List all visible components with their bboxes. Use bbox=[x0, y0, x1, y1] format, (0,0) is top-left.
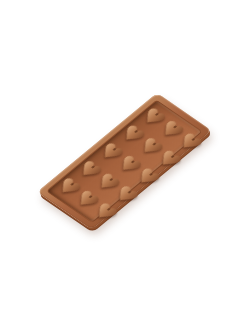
product-photo: ♥♥♥♥♥♥♥♥♥♥♥♥♥♥♥ bbox=[0, 0, 240, 329]
chocolate-mold-tray: ♥♥♥♥♥♥♥♥♥♥♥♥♥♥♥ bbox=[37, 93, 212, 230]
heart-cavity-grid: ♥♥♥♥♥♥♥♥♥♥♥♥♥♥♥ bbox=[49, 102, 200, 220]
mold-floor: ♥♥♥♥♥♥♥♥♥♥♥♥♥♥♥ bbox=[46, 100, 203, 223]
